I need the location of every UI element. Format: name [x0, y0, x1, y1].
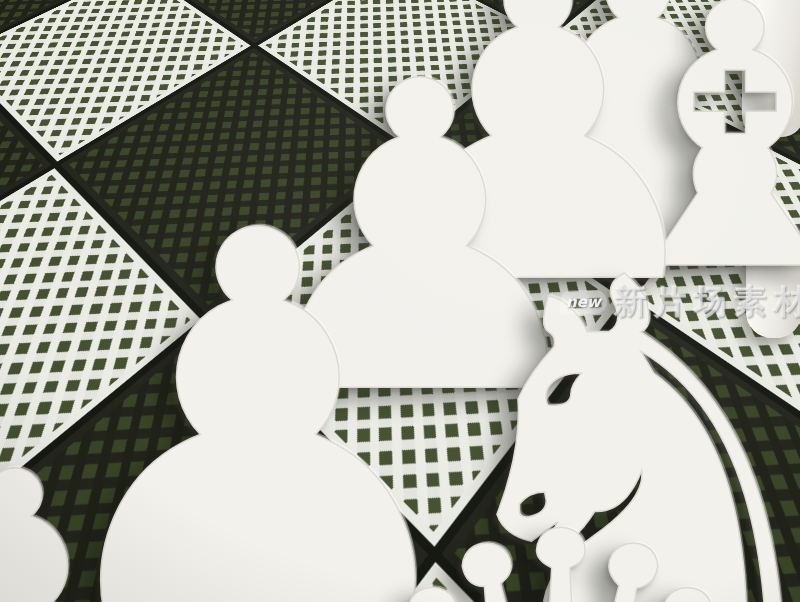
chessboard-perspective-wrap	[0, 0, 800, 602]
giant-chess-photo: ♟♝♟♟♟♞♟♛ new 新片场素材	[0, 0, 800, 602]
chessboard	[0, 0, 800, 210]
